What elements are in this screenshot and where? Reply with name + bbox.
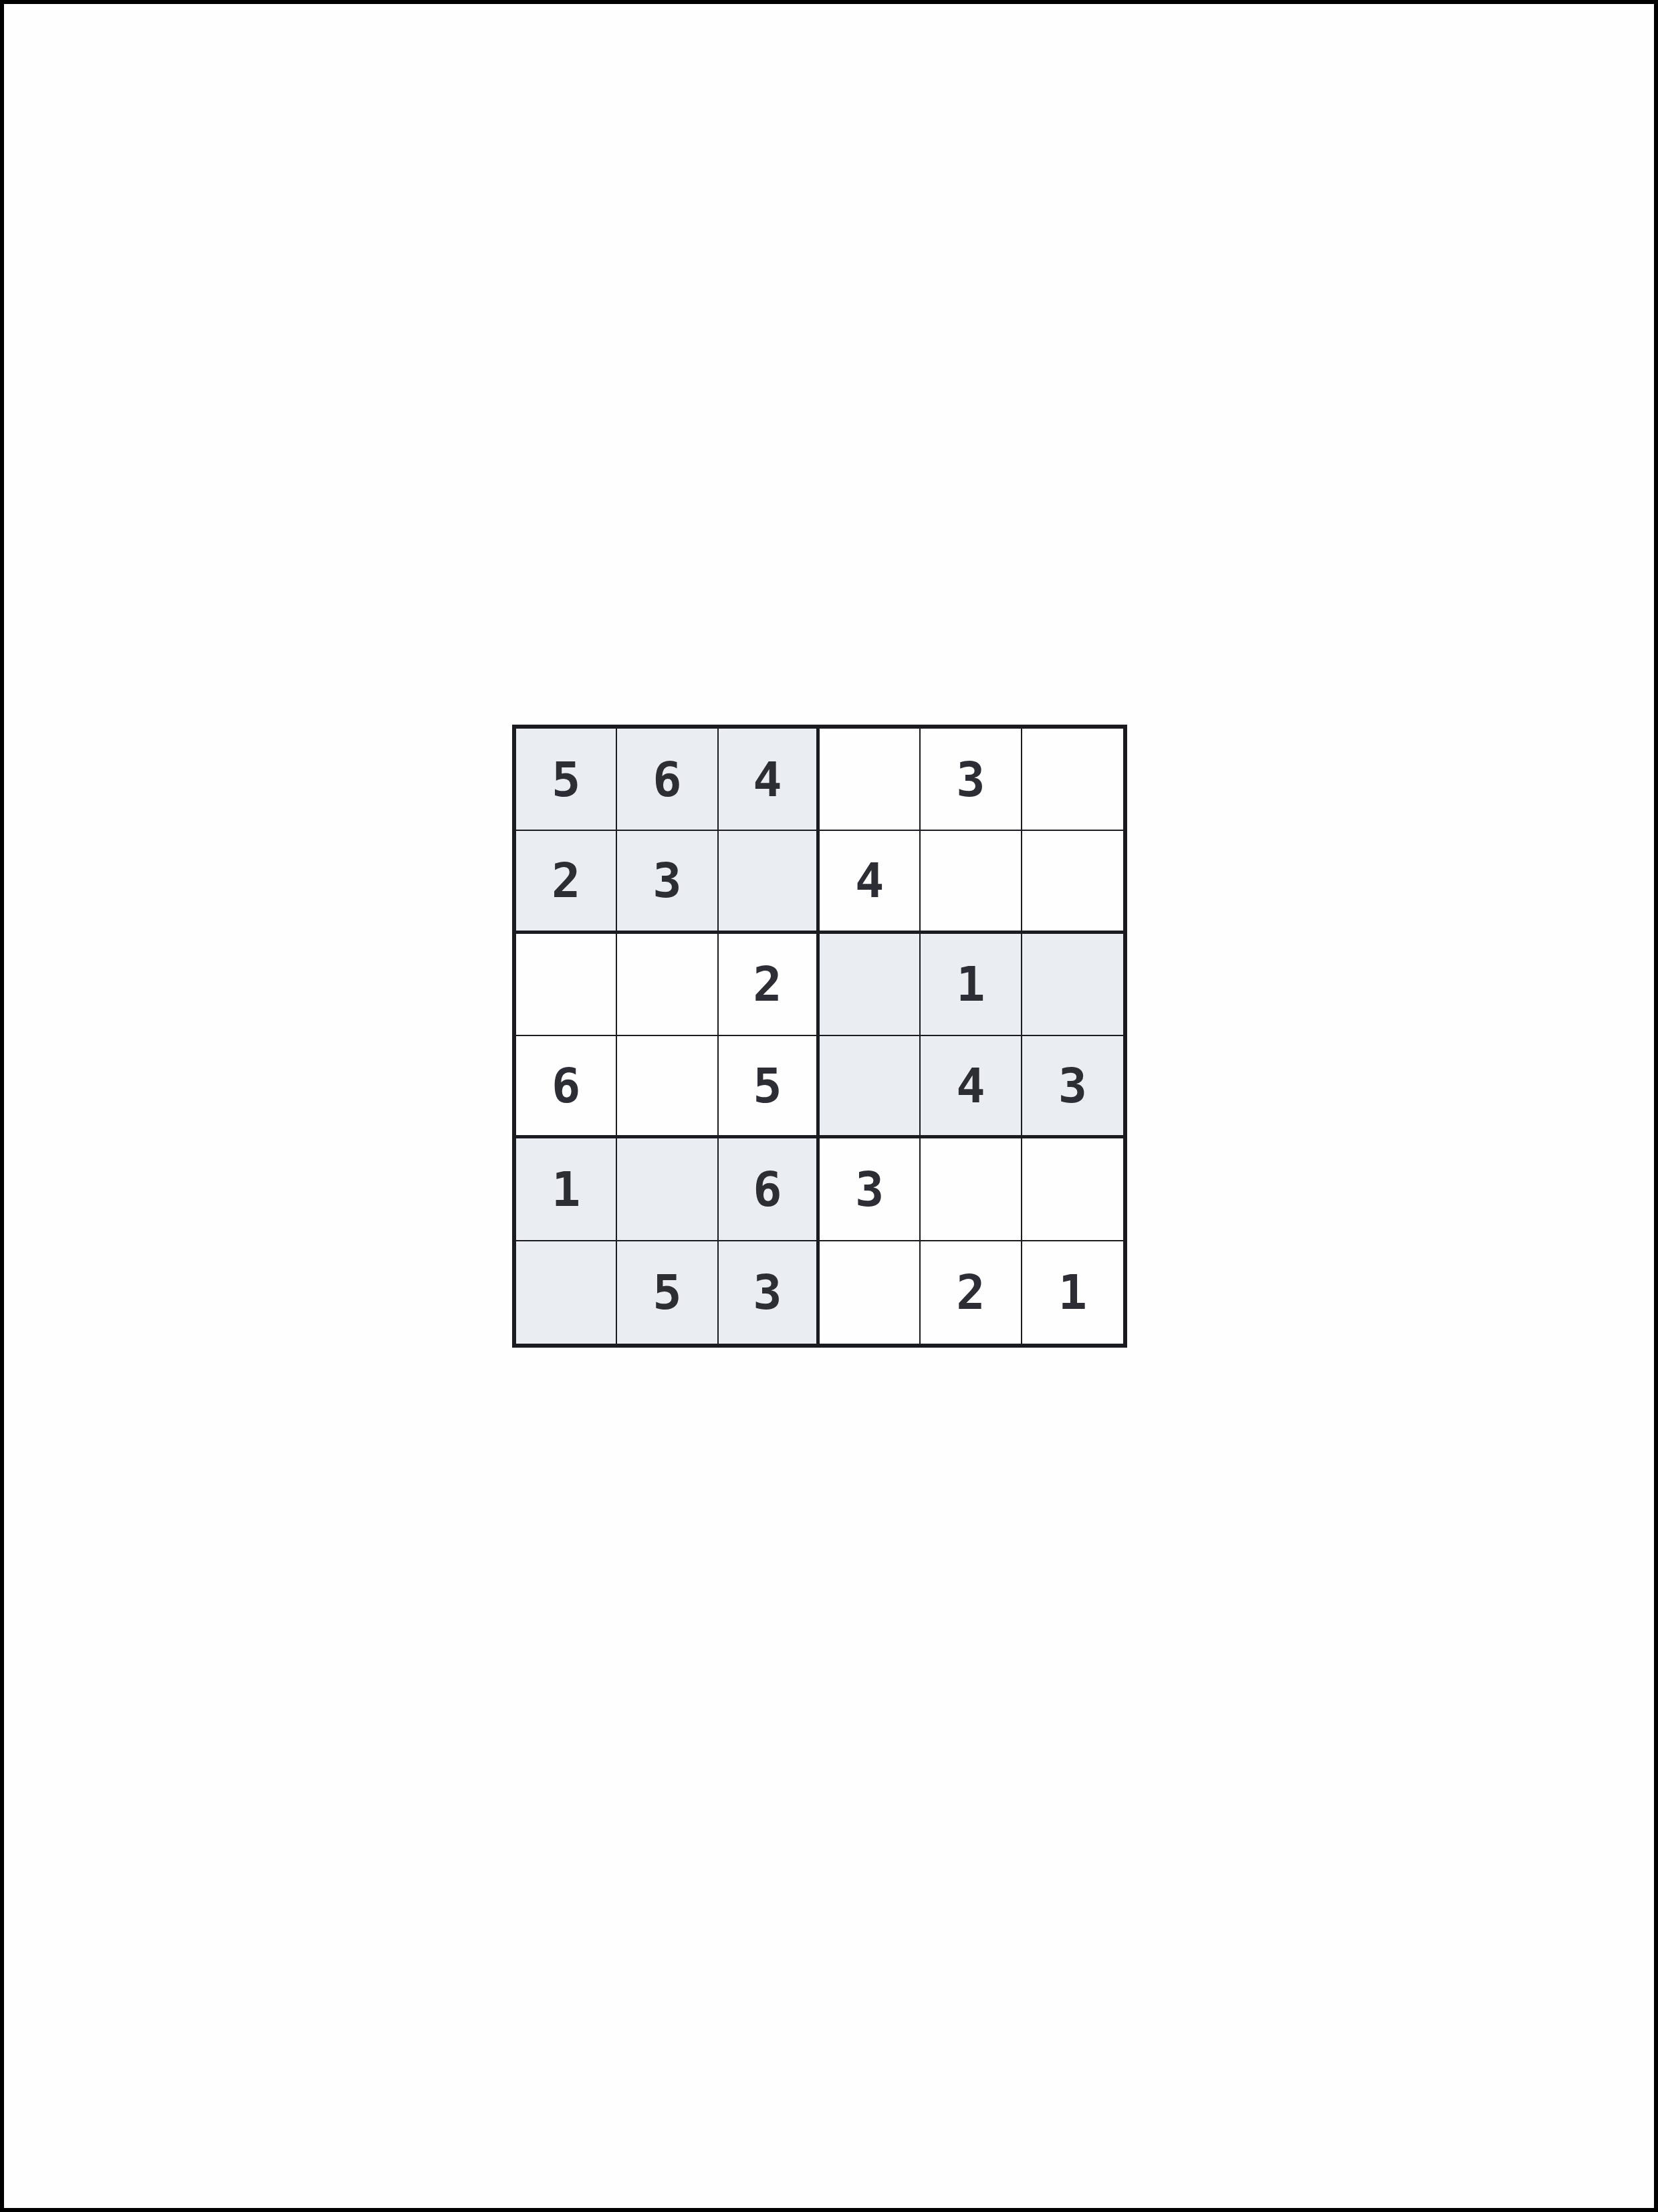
- cell-r1c1: 5: [516, 729, 617, 831]
- cell-r4c2: [617, 1036, 718, 1138]
- cell-r2c2: 3: [617, 831, 718, 933]
- cell-r6c2: 5: [617, 1241, 718, 1344]
- cell-r3c2: [617, 934, 718, 1036]
- cell-r5c4: 3: [820, 1138, 921, 1241]
- cell-r4c3: 5: [719, 1036, 820, 1138]
- cell-r2c3: [719, 831, 820, 933]
- cell-r1c4: [820, 729, 921, 831]
- cell-r4c1: 6: [516, 1036, 617, 1138]
- cell-r1c6: [1022, 729, 1123, 831]
- sudoku-board: 56432342165431635321: [512, 725, 1127, 1348]
- cell-r6c3: 3: [719, 1241, 820, 1344]
- cell-r5c2: [617, 1138, 718, 1241]
- worksheet-page: 56432342165431635321: [0, 0, 1658, 2212]
- cell-r6c1: [516, 1241, 617, 1344]
- cell-r3c6: [1022, 934, 1123, 1036]
- cell-r3c4: [820, 934, 921, 1036]
- cell-r5c1: 1: [516, 1138, 617, 1241]
- cell-r4c5: 4: [921, 1036, 1022, 1138]
- cell-r6c6: 1: [1022, 1241, 1123, 1344]
- cell-r5c3: 6: [719, 1138, 820, 1241]
- cell-r4c6: 3: [1022, 1036, 1123, 1138]
- cell-r3c3: 2: [719, 934, 820, 1036]
- cell-r6c5: 2: [921, 1241, 1022, 1344]
- cell-r1c5: 3: [921, 729, 1022, 831]
- cell-r3c5: 1: [921, 934, 1022, 1036]
- cell-r2c4: 4: [820, 831, 921, 933]
- cell-r4c4: [820, 1036, 921, 1138]
- cell-r5c6: [1022, 1138, 1123, 1241]
- cell-r3c1: [516, 934, 617, 1036]
- cell-r2c1: 2: [516, 831, 617, 933]
- cell-r1c3: 4: [719, 729, 820, 831]
- cell-r2c5: [921, 831, 1022, 933]
- cell-r5c5: [921, 1138, 1022, 1241]
- cell-r6c4: [820, 1241, 921, 1344]
- cell-r2c6: [1022, 831, 1123, 933]
- cell-r1c2: 6: [617, 729, 718, 831]
